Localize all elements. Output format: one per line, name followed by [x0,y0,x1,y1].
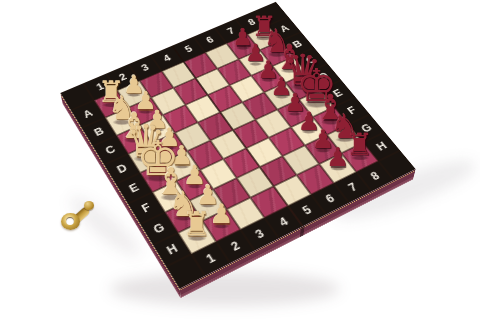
latch-hole-icon [66,217,74,225]
piece-red-pawn-h7[interactable]: ♟ [326,145,349,171]
chess-set-photo: 12345678AABBCCDDEEFFGGHH12345678 ♜♞♝♛♚♝♞… [0,0,480,320]
piece-white-rook-h1[interactable]: ♜ [182,209,211,241]
pieces-layer: ♜♞♝♛♚♝♞♜♟♟♟♟♟♟♟♟♟♟♟♟♟♟♟♟♜♞♝♛♚♝♞♜ [0,0,480,320]
latch-knob-icon [84,201,94,210]
piece-white-pawn-h2[interactable]: ♟ [209,202,233,229]
piece-red-rook-h8[interactable]: ♜ [346,130,373,161]
